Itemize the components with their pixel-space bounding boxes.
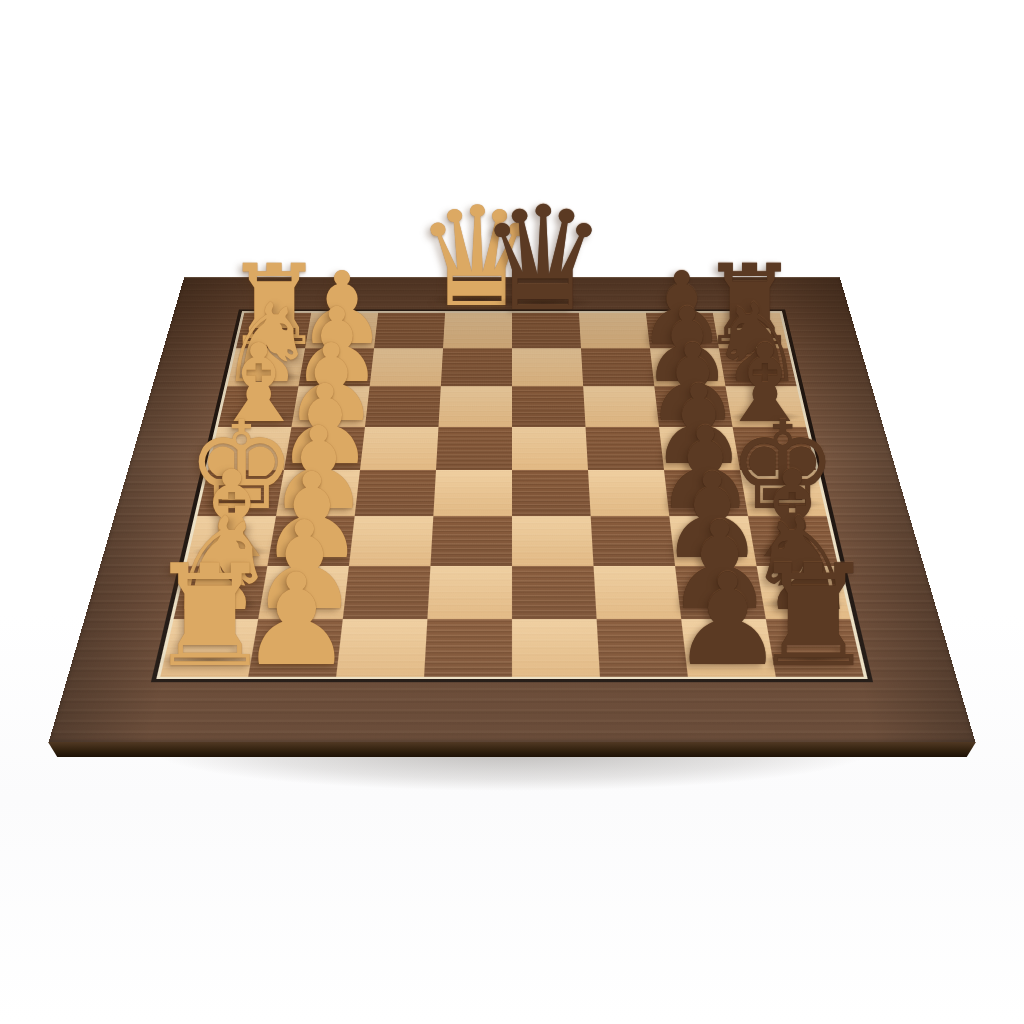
square-e4[interactable] (433, 470, 512, 516)
square-b4[interactable] (441, 348, 512, 386)
square-e5[interactable] (512, 470, 591, 516)
square-g5[interactable] (512, 566, 597, 619)
square-h4[interactable] (424, 619, 512, 677)
square-h5[interactable] (512, 619, 600, 677)
black-queen-offboard[interactable]: ♛ (478, 187, 607, 331)
product-photo-scene: ♜♞♝♚♝♞♜♟♟♟♟♟♟♟♟♟♟♟♟♟♟♟♟♜♞♝♚♝♞♜♛♛ (0, 0, 1024, 1024)
square-d5[interactable] (512, 427, 588, 470)
white-rook-h1[interactable]: ♜ (147, 546, 273, 687)
board-front-edge (48, 742, 976, 757)
square-c5[interactable] (512, 386, 586, 426)
square-b5[interactable] (512, 348, 583, 386)
square-d4[interactable] (436, 427, 512, 470)
square-c4[interactable] (438, 386, 512, 426)
square-g4[interactable] (427, 566, 512, 619)
square-f5[interactable] (512, 516, 594, 566)
black-pawn-h7[interactable]: ♟ (671, 557, 785, 684)
square-f4[interactable] (430, 516, 512, 566)
